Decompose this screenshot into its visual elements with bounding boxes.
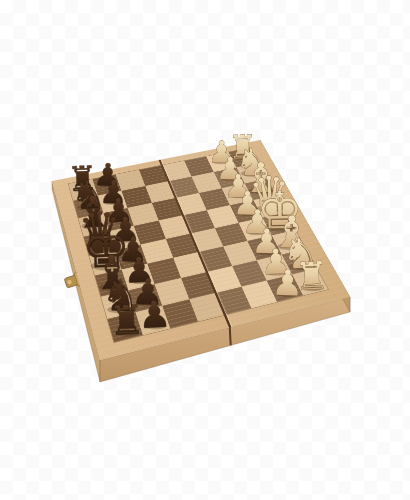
front-fold-seam [230, 326, 231, 345]
chess-set-photo: ♜♟♞♟♟♜♝♟♟♞♛♟♟♝♚♟♟♛♝♟♟♚♞♟♟♝♜♟♟♞♟♜ [0, 0, 410, 500]
